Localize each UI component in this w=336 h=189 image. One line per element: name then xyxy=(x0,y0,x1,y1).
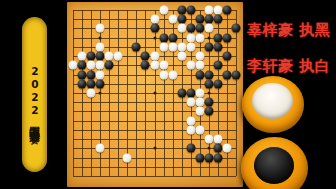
white-stone-pile xyxy=(252,83,293,119)
white-stone xyxy=(195,107,204,116)
white-stone xyxy=(195,33,204,42)
black-stone xyxy=(204,70,213,79)
white-stone xyxy=(186,116,195,125)
black-stone xyxy=(87,70,96,79)
white-stone xyxy=(213,6,222,15)
black-stone xyxy=(186,89,195,98)
grid-line xyxy=(73,167,236,168)
black-stone xyxy=(195,24,204,33)
black-stone xyxy=(204,107,213,116)
white-stone xyxy=(168,70,177,79)
white-stone xyxy=(159,42,168,51)
white-stone xyxy=(213,135,222,144)
black-stone xyxy=(141,52,150,61)
black-stone xyxy=(78,79,87,88)
grid-line xyxy=(73,130,236,131)
black-stone xyxy=(195,153,204,162)
black-stone xyxy=(195,15,204,24)
white-stone xyxy=(177,42,186,51)
white-stone xyxy=(204,6,213,15)
black-player-caption: 辜梓豪 执黑 xyxy=(247,21,336,41)
black-stone xyxy=(186,6,195,15)
black-stone xyxy=(213,61,222,70)
black-stone xyxy=(78,61,87,70)
black-stone xyxy=(204,153,213,162)
black-stone xyxy=(222,6,231,15)
white-stone xyxy=(177,52,186,61)
black-stone xyxy=(96,52,105,61)
star-point xyxy=(153,36,156,39)
white-stone xyxy=(186,33,195,42)
white-stone xyxy=(195,125,204,134)
star-point xyxy=(99,92,102,95)
black-stone xyxy=(105,61,114,70)
black-stone xyxy=(168,33,177,42)
white-stone xyxy=(96,70,105,79)
grid-line xyxy=(236,10,237,176)
black-stone xyxy=(186,144,195,153)
black-stone xyxy=(222,52,231,61)
black-stone xyxy=(159,33,168,42)
white-stone xyxy=(186,125,195,134)
black-stone xyxy=(204,15,213,24)
white-stone xyxy=(222,144,231,153)
event-title-banner: 2022中国王中王争霸赛 xyxy=(22,17,47,172)
star-point xyxy=(207,36,210,39)
black-stone xyxy=(87,79,96,88)
black-stone xyxy=(78,70,87,79)
white-stone xyxy=(87,61,96,70)
grid-line xyxy=(73,121,236,122)
go-board xyxy=(67,2,243,187)
white-stone xyxy=(159,6,168,15)
white-stone xyxy=(168,15,177,24)
black-stone xyxy=(195,70,204,79)
white-stone xyxy=(186,98,195,107)
black-stone xyxy=(213,42,222,51)
white-stone xyxy=(186,42,195,51)
black-stone xyxy=(213,15,222,24)
black-stone-pile xyxy=(254,147,294,184)
black-stone xyxy=(213,153,222,162)
video-frame: 2022中国王中王争霸赛 辜梓豪 执黑 李轩豪 执白 xyxy=(0,0,336,189)
white-stone xyxy=(195,61,204,70)
black-stone xyxy=(87,52,96,61)
star-point xyxy=(153,92,156,95)
white-stone xyxy=(96,42,105,51)
white-stone xyxy=(105,52,114,61)
white-stone xyxy=(159,61,168,70)
star-point xyxy=(153,147,156,150)
black-stone xyxy=(232,24,241,33)
black-stone xyxy=(213,144,222,153)
white-stone xyxy=(204,135,213,144)
black-stone xyxy=(204,98,213,107)
black-stone xyxy=(204,79,213,88)
black-stone xyxy=(222,33,231,42)
white-stone xyxy=(150,52,159,61)
white-stone xyxy=(195,98,204,107)
white-stone xyxy=(186,61,195,70)
white-stone xyxy=(150,15,159,24)
black-stone xyxy=(96,79,105,88)
black-stone xyxy=(204,42,213,51)
white-stone xyxy=(195,52,204,61)
black-stone-bowl xyxy=(241,137,308,189)
black-stone xyxy=(213,79,222,88)
white-stone xyxy=(168,42,177,51)
white-player-caption: 李轩豪 执白 xyxy=(247,57,336,77)
black-stone xyxy=(132,42,141,51)
black-stone xyxy=(186,24,195,33)
black-stone xyxy=(177,15,186,24)
white-stone xyxy=(96,24,105,33)
white-stone xyxy=(78,52,87,61)
black-stone xyxy=(177,89,186,98)
black-stone xyxy=(177,6,186,15)
black-stone xyxy=(141,61,150,70)
black-stone xyxy=(213,33,222,42)
star-point xyxy=(99,36,102,39)
black-stone xyxy=(222,70,231,79)
star-point xyxy=(207,147,210,150)
white-stone xyxy=(204,24,213,33)
grid-line xyxy=(73,176,236,177)
white-stone xyxy=(159,70,168,79)
white-stone xyxy=(69,61,78,70)
star-point xyxy=(207,92,210,95)
white-stone xyxy=(123,153,132,162)
white-stone xyxy=(195,89,204,98)
white-stone xyxy=(96,61,105,70)
white-stone xyxy=(150,61,159,70)
white-stone xyxy=(114,52,123,61)
black-stone xyxy=(232,70,241,79)
white-stone-bowl xyxy=(242,76,304,133)
white-stone xyxy=(177,24,186,33)
black-stone xyxy=(150,24,159,33)
white-stone xyxy=(96,144,105,153)
white-stone xyxy=(87,89,96,98)
